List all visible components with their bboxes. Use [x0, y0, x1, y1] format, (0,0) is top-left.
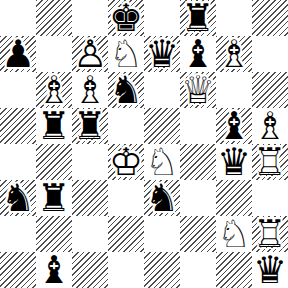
white-bishop-icon-halo: ♝: [216, 36, 252, 72]
square-g7[interactable]: ♝♗: [216, 36, 252, 72]
square-a8[interactable]: [0, 0, 36, 36]
piece-white-knight: ♞♘: [108, 36, 144, 72]
square-g4[interactable]: ♛♛: [216, 144, 252, 180]
square-g2[interactable]: ♞♘: [216, 216, 252, 252]
square-a7[interactable]: ♟♟: [0, 36, 36, 72]
square-c8[interactable]: [72, 0, 108, 36]
black-queen-icon: ♛: [144, 36, 180, 72]
square-c6[interactable]: ♝♗: [72, 72, 108, 108]
black-rook-icon: ♜: [36, 108, 72, 144]
black-bishop-icon-halo: ♝: [36, 252, 72, 288]
square-h1[interactable]: ♛♛: [252, 252, 288, 288]
white-knight-icon-halo: ♞: [216, 216, 252, 252]
square-h8[interactable]: [252, 0, 288, 36]
piece-white-rook: ♜♖: [252, 216, 288, 252]
black-bishop-icon-halo: ♝: [180, 36, 216, 72]
square-h5[interactable]: ♝♗: [252, 108, 288, 144]
black-bishop-icon: ♝: [216, 108, 252, 144]
square-b4[interactable]: [36, 144, 72, 180]
black-knight-icon: ♞: [144, 180, 180, 216]
square-e6[interactable]: [144, 72, 180, 108]
square-f3[interactable]: [180, 180, 216, 216]
square-d8[interactable]: ♚♚: [108, 0, 144, 36]
white-rook-icon: ♖: [252, 144, 288, 180]
square-f2[interactable]: [180, 216, 216, 252]
piece-white-knight: ♞♘: [216, 216, 252, 252]
black-rook-icon: ♜: [36, 180, 72, 216]
square-e4[interactable]: ♞♘: [144, 144, 180, 180]
square-g1[interactable]: [216, 252, 252, 288]
piece-white-pawn: ♟♙: [72, 36, 108, 72]
square-h7[interactable]: [252, 36, 288, 72]
square-h3[interactable]: [252, 180, 288, 216]
black-bishop-icon-halo: ♝: [216, 108, 252, 144]
white-bishop-icon: ♗: [72, 72, 108, 108]
square-d5[interactable]: [108, 108, 144, 144]
square-g8[interactable]: [216, 0, 252, 36]
piece-black-queen: ♛♛: [216, 144, 252, 180]
square-e7[interactable]: ♛♛: [144, 36, 180, 72]
square-c1[interactable]: [72, 252, 108, 288]
piece-white-bishop: ♝♗: [72, 72, 108, 108]
square-b1[interactable]: ♝♝: [36, 252, 72, 288]
chess-board: ♚♚♜♜♟♟♟♙♞♘♛♛♝♝♝♗♝♗♝♗♞♞♛♕♜♜♜♜♝♝♝♗♚♔♞♘♛♛♜♖…: [0, 0, 288, 288]
black-king-icon-halo: ♚: [108, 0, 144, 36]
square-a6[interactable]: [0, 72, 36, 108]
black-rook-icon-halo: ♜: [72, 108, 108, 144]
square-h4[interactable]: ♜♖: [252, 144, 288, 180]
square-e5[interactable]: [144, 108, 180, 144]
square-h6[interactable]: [252, 72, 288, 108]
black-bishop-icon: ♝: [36, 252, 72, 288]
square-a4[interactable]: [0, 144, 36, 180]
square-e8[interactable]: [144, 0, 180, 36]
black-queen-icon-halo: ♛: [144, 36, 180, 72]
square-a2[interactable]: [0, 216, 36, 252]
piece-black-rook: ♜♜: [180, 0, 216, 36]
piece-white-king: ♚♔: [108, 144, 144, 180]
piece-white-bishop: ♝♗: [216, 36, 252, 72]
square-d4[interactable]: ♚♔: [108, 144, 144, 180]
piece-black-knight: ♞♞: [144, 180, 180, 216]
square-d7[interactable]: ♞♘: [108, 36, 144, 72]
white-knight-icon: ♘: [108, 36, 144, 72]
white-rook-icon-halo: ♜: [252, 144, 288, 180]
square-d3[interactable]: [108, 180, 144, 216]
piece-black-pawn: ♟♟: [0, 36, 36, 72]
square-g6[interactable]: [216, 72, 252, 108]
white-bishop-icon-halo: ♝: [36, 72, 72, 108]
black-knight-icon: ♞: [0, 180, 36, 216]
square-d6[interactable]: ♞♞: [108, 72, 144, 108]
black-rook-icon: ♜: [72, 108, 108, 144]
square-d1[interactable]: [108, 252, 144, 288]
white-rook-icon-halo: ♜: [252, 216, 288, 252]
black-rook-icon-halo: ♜: [180, 0, 216, 36]
piece-black-rook: ♜♜: [72, 108, 108, 144]
square-e3[interactable]: ♞♞: [144, 180, 180, 216]
square-b2[interactable]: [36, 216, 72, 252]
square-h2[interactable]: ♜♖: [252, 216, 288, 252]
square-a5[interactable]: [0, 108, 36, 144]
white-rook-icon: ♖: [252, 216, 288, 252]
black-pawn-icon-halo: ♟: [0, 36, 36, 72]
black-queen-icon: ♛: [216, 144, 252, 180]
black-queen-icon-halo: ♛: [216, 144, 252, 180]
piece-white-bishop: ♝♗: [252, 108, 288, 144]
square-b6[interactable]: ♝♗: [36, 72, 72, 108]
piece-white-queen: ♛♕: [180, 72, 216, 108]
square-c7[interactable]: ♟♙: [72, 36, 108, 72]
square-b8[interactable]: [36, 0, 72, 36]
white-pawn-icon-halo: ♟: [72, 36, 108, 72]
piece-black-knight: ♞♞: [0, 180, 36, 216]
piece-black-bishop: ♝♝: [36, 252, 72, 288]
square-e1[interactable]: [144, 252, 180, 288]
white-king-icon: ♔: [108, 144, 144, 180]
square-f5[interactable]: [180, 108, 216, 144]
square-b3[interactable]: ♜♜: [36, 180, 72, 216]
piece-black-king: ♚♚: [108, 0, 144, 36]
white-knight-icon-halo: ♞: [144, 144, 180, 180]
piece-black-queen: ♛♛: [252, 252, 288, 288]
white-queen-icon-halo: ♛: [180, 72, 216, 108]
square-g3[interactable]: [216, 180, 252, 216]
black-king-icon: ♚: [108, 0, 144, 36]
black-knight-icon-halo: ♞: [0, 180, 36, 216]
square-a3[interactable]: ♞♞: [0, 180, 36, 216]
square-d2[interactable]: [108, 216, 144, 252]
white-knight-icon-halo: ♞: [108, 36, 144, 72]
white-bishop-icon: ♗: [36, 72, 72, 108]
black-rook-icon-halo: ♜: [36, 180, 72, 216]
black-knight-icon: ♞: [108, 72, 144, 108]
piece-black-rook: ♜♜: [36, 108, 72, 144]
square-g5[interactable]: ♝♝: [216, 108, 252, 144]
piece-white-knight: ♞♘: [144, 144, 180, 180]
black-knight-icon-halo: ♞: [108, 72, 144, 108]
piece-black-bishop: ♝♝: [180, 36, 216, 72]
black-bishop-icon: ♝: [180, 36, 216, 72]
black-rook-icon-halo: ♜: [36, 108, 72, 144]
square-b7[interactable]: [36, 36, 72, 72]
black-queen-icon-halo: ♛: [252, 252, 288, 288]
square-f7[interactable]: ♝♝: [180, 36, 216, 72]
piece-black-bishop: ♝♝: [216, 108, 252, 144]
black-pawn-icon: ♟: [0, 36, 36, 72]
square-f4[interactable]: [180, 144, 216, 180]
square-c2[interactable]: [72, 216, 108, 252]
black-queen-icon: ♛: [252, 252, 288, 288]
square-a1[interactable]: [0, 252, 36, 288]
square-f1[interactable]: [180, 252, 216, 288]
piece-black-knight: ♞♞: [108, 72, 144, 108]
square-f6[interactable]: ♛♕: [180, 72, 216, 108]
square-b5[interactable]: ♜♜: [36, 108, 72, 144]
white-pawn-icon: ♙: [72, 36, 108, 72]
square-c4[interactable]: [72, 144, 108, 180]
square-c3[interactable]: [72, 180, 108, 216]
white-knight-icon: ♘: [144, 144, 180, 180]
piece-white-bishop: ♝♗: [36, 72, 72, 108]
square-c5[interactable]: ♜♜: [72, 108, 108, 144]
white-knight-icon: ♘: [216, 216, 252, 252]
piece-black-queen: ♛♛: [144, 36, 180, 72]
black-rook-icon: ♜: [180, 0, 216, 36]
white-king-icon-halo: ♚: [108, 144, 144, 180]
piece-black-rook: ♜♜: [36, 180, 72, 216]
square-e2[interactable]: [144, 216, 180, 252]
white-bishop-icon-halo: ♝: [252, 108, 288, 144]
white-queen-icon: ♕: [180, 72, 216, 108]
square-f8[interactable]: ♜♜: [180, 0, 216, 36]
white-bishop-icon: ♗: [252, 108, 288, 144]
black-knight-icon-halo: ♞: [144, 180, 180, 216]
white-bishop-icon-halo: ♝: [72, 72, 108, 108]
piece-white-rook: ♜♖: [252, 144, 288, 180]
white-bishop-icon: ♗: [216, 36, 252, 72]
